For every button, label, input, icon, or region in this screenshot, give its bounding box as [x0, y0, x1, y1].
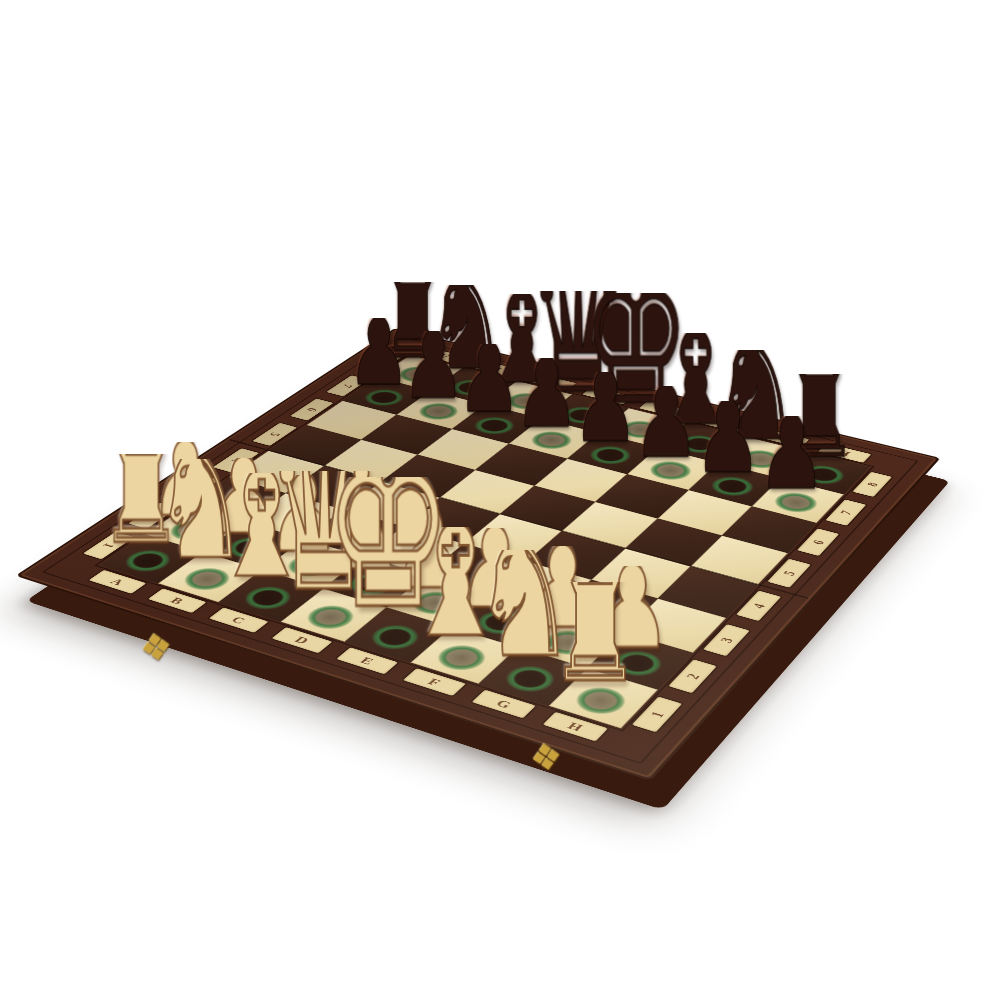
coordinate-label: 7: [340, 383, 355, 388]
piece-white-rook-h1[interactable]: ♜: [529, 582, 661, 706]
coordinate-label: E: [657, 406, 671, 413]
coordinate-label: H: [837, 449, 853, 457]
coordinate-label: A: [437, 353, 452, 360]
coordinate-label: D: [600, 392, 615, 399]
coordinate-label: 8: [374, 360, 389, 365]
chess-board: AA11BB22CC33DD44EE55FF66GG77HH88 ♜♞♝♛♚♝♞…: [15, 328, 940, 781]
r-glyph: ♜: [548, 535, 643, 706]
coordinate-label: B: [490, 366, 504, 373]
coordinate-label: C: [544, 379, 559, 386]
chess-set-photo: AA11BB22CC33DD44EE55FF66GG77HH88 ♜♞♝♛♚♝♞…: [0, 0, 1000, 1000]
clasp-icon: ❖: [137, 627, 175, 668]
coordinate-label: G: [775, 434, 791, 442]
coordinate-label: 8: [864, 481, 880, 487]
clasp-icon: ❖: [527, 737, 565, 778]
coordinate-label: F: [716, 420, 730, 427]
